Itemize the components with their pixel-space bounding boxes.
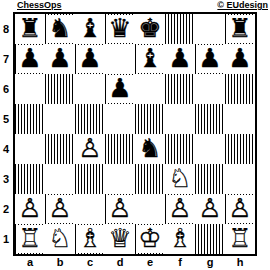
white-pawn: ♙ — [105, 194, 135, 223]
black-pawn: ♟ — [105, 74, 135, 103]
square-g3[interactable] — [195, 164, 225, 194]
square-b5[interactable] — [45, 104, 75, 134]
square-g8[interactable] — [195, 14, 225, 44]
square-a6[interactable] — [15, 74, 45, 104]
white-bishop: ♗ — [75, 224, 105, 253]
black-pawn: ♟ — [75, 44, 105, 73]
black-pawn: ♟ — [15, 44, 45, 73]
square-f6[interactable] — [165, 74, 195, 104]
square-h3[interactable] — [225, 164, 255, 194]
file-label-e: e — [135, 255, 165, 269]
square-e6[interactable] — [135, 74, 165, 104]
square-h4[interactable] — [225, 134, 255, 164]
black-knight: ♞ — [135, 134, 165, 163]
square-e4[interactable]: ♞ — [135, 134, 165, 164]
white-king: ♔ — [135, 224, 165, 253]
square-h8[interactable]: ♜ — [225, 14, 255, 44]
square-d3[interactable] — [105, 164, 135, 194]
app-title: ChessOps — [17, 0, 62, 10]
white-pawn: ♙ — [15, 194, 45, 223]
white-bishop: ♗ — [165, 224, 195, 253]
white-pawn: ♙ — [225, 194, 255, 223]
square-d5[interactable] — [105, 104, 135, 134]
square-g7[interactable]: ♟ — [195, 44, 225, 74]
square-b3[interactable] — [45, 164, 75, 194]
square-d1[interactable]: ♕ — [105, 224, 135, 254]
square-g1[interactable] — [195, 224, 225, 254]
white-pawn: ♙ — [165, 194, 195, 223]
file-label-d: d — [105, 255, 135, 269]
square-a5[interactable] — [15, 104, 45, 134]
chess-board: ♜♞♝♛♚♜♟♟♟♝♟♟♟♟♙♞♘♙♙♙♙♙♙♖♘♗♕♔♗♖ — [13, 12, 257, 256]
file-label-h: h — [225, 255, 255, 269]
square-c3[interactable] — [75, 164, 105, 194]
square-c7[interactable]: ♟ — [75, 44, 105, 74]
square-a7[interactable]: ♟ — [15, 44, 45, 74]
square-f8[interactable] — [165, 14, 195, 44]
black-bishop: ♝ — [75, 14, 105, 43]
square-c1[interactable]: ♗ — [75, 224, 105, 254]
rank-label-6: 6 — [0, 74, 12, 104]
square-e2[interactable] — [135, 194, 165, 224]
square-g4[interactable] — [195, 134, 225, 164]
square-f1[interactable]: ♗ — [165, 224, 195, 254]
black-pawn: ♟ — [165, 44, 195, 73]
square-h6[interactable] — [225, 74, 255, 104]
square-b1[interactable]: ♘ — [45, 224, 75, 254]
square-e5[interactable] — [135, 104, 165, 134]
black-pawn: ♟ — [45, 44, 75, 73]
square-b4[interactable] — [45, 134, 75, 164]
square-c8[interactable]: ♝ — [75, 14, 105, 44]
file-label-g: g — [195, 255, 225, 269]
square-h2[interactable]: ♙ — [225, 194, 255, 224]
black-rook: ♜ — [225, 14, 255, 43]
square-g5[interactable] — [195, 104, 225, 134]
square-c4[interactable]: ♙ — [75, 134, 105, 164]
square-d8[interactable]: ♛ — [105, 14, 135, 44]
square-d6[interactable]: ♟ — [105, 74, 135, 104]
rank-label-1: 1 — [0, 224, 12, 254]
rank-label-4: 4 — [0, 134, 12, 164]
rank-label-2: 2 — [0, 194, 12, 224]
rank-label-5: 5 — [0, 104, 12, 134]
square-b2[interactable]: ♙ — [45, 194, 75, 224]
square-f3[interactable]: ♘ — [165, 164, 195, 194]
square-f5[interactable] — [165, 104, 195, 134]
square-e1[interactable]: ♔ — [135, 224, 165, 254]
square-e7[interactable]: ♝ — [135, 44, 165, 74]
white-rook: ♖ — [15, 224, 45, 253]
square-a3[interactable] — [15, 164, 45, 194]
white-pawn: ♙ — [75, 134, 105, 163]
white-pawn: ♙ — [195, 194, 225, 223]
black-king: ♚ — [135, 14, 165, 43]
square-f2[interactable]: ♙ — [165, 194, 195, 224]
square-d2[interactable]: ♙ — [105, 194, 135, 224]
square-e8[interactable]: ♚ — [135, 14, 165, 44]
square-b8[interactable]: ♞ — [45, 14, 75, 44]
square-g2[interactable]: ♙ — [195, 194, 225, 224]
square-g6[interactable] — [195, 74, 225, 104]
square-h7[interactable]: ♟ — [225, 44, 255, 74]
square-a4[interactable] — [15, 134, 45, 164]
square-h1[interactable]: ♖ — [225, 224, 255, 254]
square-b6[interactable] — [45, 74, 75, 104]
white-rook: ♖ — [225, 224, 255, 253]
square-f4[interactable] — [165, 134, 195, 164]
square-f7[interactable]: ♟ — [165, 44, 195, 74]
file-label-a: a — [15, 255, 45, 269]
black-knight: ♞ — [45, 14, 75, 43]
rank-label-8: 8 — [0, 14, 12, 44]
square-c5[interactable] — [75, 104, 105, 134]
white-queen: ♕ — [105, 224, 135, 253]
black-pawn: ♟ — [225, 44, 255, 73]
rank-label-7: 7 — [0, 44, 12, 74]
file-label-f: f — [165, 255, 195, 269]
square-c6[interactable] — [75, 74, 105, 104]
white-knight: ♘ — [165, 164, 195, 193]
white-pawn: ♙ — [45, 194, 75, 223]
copyright: © EUdesign — [217, 0, 268, 10]
file-label-c: c — [75, 255, 105, 269]
white-knight: ♘ — [45, 224, 75, 253]
rank-label-3: 3 — [0, 164, 12, 194]
square-d7[interactable] — [105, 44, 135, 74]
chessops-diagram: ChessOps © EUdesign ♜♞♝♛♚♜♟♟♟♝♟♟♟♟♙♞♘♙♙♙… — [0, 0, 270, 270]
square-d4[interactable] — [105, 134, 135, 164]
black-pawn: ♟ — [195, 44, 225, 73]
square-a8[interactable]: ♜ — [15, 14, 45, 44]
square-e3[interactable] — [135, 164, 165, 194]
square-a1[interactable]: ♖ — [15, 224, 45, 254]
square-h5[interactable] — [225, 104, 255, 134]
square-a2[interactable]: ♙ — [15, 194, 45, 224]
black-queen: ♛ — [105, 14, 135, 43]
square-c2[interactable] — [75, 194, 105, 224]
square-b7[interactable]: ♟ — [45, 44, 75, 74]
black-rook: ♜ — [15, 14, 45, 43]
file-label-b: b — [45, 255, 75, 269]
black-bishop: ♝ — [135, 44, 165, 73]
